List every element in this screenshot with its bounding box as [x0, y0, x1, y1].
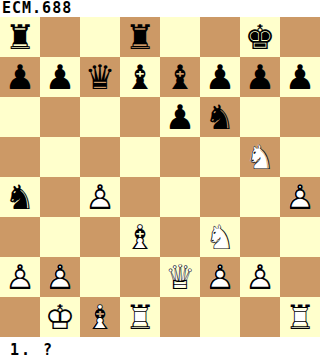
white-bishop-icon: ♝	[80, 297, 120, 337]
square-a5[interactable]	[0, 137, 40, 177]
square-h8[interactable]	[280, 17, 320, 57]
black-rook-icon: ♜	[120, 17, 160, 57]
square-b4[interactable]	[40, 177, 80, 217]
square-b2[interactable]: ♟♙	[40, 257, 80, 297]
white-knight-outline-icon: ♘	[200, 217, 240, 257]
square-c1[interactable]: ♝♗	[80, 297, 120, 337]
square-d8[interactable]: ♜	[120, 17, 160, 57]
black-bishop-icon: ♝	[120, 57, 160, 97]
square-c2[interactable]	[80, 257, 120, 297]
square-f5[interactable]	[200, 137, 240, 177]
square-f2[interactable]: ♟♙	[200, 257, 240, 297]
square-e8[interactable]	[160, 17, 200, 57]
square-d3[interactable]: ♝♗	[120, 217, 160, 257]
square-h4[interactable]: ♟♙	[280, 177, 320, 217]
square-e1[interactable]	[160, 297, 200, 337]
square-f1[interactable]	[200, 297, 240, 337]
square-d7[interactable]: ♝	[120, 57, 160, 97]
square-b6[interactable]	[40, 97, 80, 137]
square-h6[interactable]	[280, 97, 320, 137]
square-e4[interactable]	[160, 177, 200, 217]
white-pawn-icon: ♟	[40, 257, 80, 297]
square-c8[interactable]	[80, 17, 120, 57]
square-c5[interactable]	[80, 137, 120, 177]
square-b8[interactable]	[40, 17, 80, 57]
square-e6[interactable]: ♟	[160, 97, 200, 137]
white-rook-icon: ♜	[120, 297, 160, 337]
black-pawn-icon: ♟	[0, 57, 40, 97]
square-h3[interactable]	[280, 217, 320, 257]
black-pawn-icon: ♟	[240, 57, 280, 97]
white-bishop-icon: ♝	[120, 217, 160, 257]
white-rook-outline-icon: ♖	[280, 297, 320, 337]
black-rook-icon: ♜	[0, 17, 40, 57]
square-h1[interactable]: ♜♖	[280, 297, 320, 337]
black-bishop-icon: ♝	[160, 57, 200, 97]
white-pawn-outline-icon: ♙	[40, 257, 80, 297]
square-c6[interactable]	[80, 97, 120, 137]
white-pawn-icon: ♟	[80, 177, 120, 217]
black-king-icon: ♚	[240, 17, 280, 57]
square-g6[interactable]	[240, 97, 280, 137]
square-h5[interactable]	[280, 137, 320, 177]
white-pawn-outline-icon: ♙	[80, 177, 120, 217]
white-pawn-outline-icon: ♙	[240, 257, 280, 297]
square-c7[interactable]: ♛	[80, 57, 120, 97]
move-prompt: 1. ?	[0, 337, 320, 360]
square-d1[interactable]: ♜♖	[120, 297, 160, 337]
white-queen-icon: ♛	[160, 257, 200, 297]
white-rook-icon: ♜	[280, 297, 320, 337]
white-pawn-icon: ♟	[240, 257, 280, 297]
square-f8[interactable]	[200, 17, 240, 57]
black-queen-icon: ♛	[80, 57, 120, 97]
square-b1[interactable]: ♚♔	[40, 297, 80, 337]
white-knight-icon: ♞	[240, 137, 280, 177]
square-g5[interactable]: ♞♘	[240, 137, 280, 177]
square-g8[interactable]: ♚	[240, 17, 280, 57]
square-e5[interactable]	[160, 137, 200, 177]
square-c3[interactable]	[80, 217, 120, 257]
square-c4[interactable]: ♟♙	[80, 177, 120, 217]
white-knight-outline-icon: ♘	[240, 137, 280, 177]
square-f3[interactable]: ♞♘	[200, 217, 240, 257]
white-king-outline-icon: ♔	[40, 297, 80, 337]
white-bishop-outline-icon: ♗	[120, 217, 160, 257]
square-h7[interactable]: ♟	[280, 57, 320, 97]
square-f7[interactable]: ♟	[200, 57, 240, 97]
diagram-title: ECM.688	[0, 0, 320, 17]
square-d4[interactable]	[120, 177, 160, 217]
black-knight-icon: ♞	[0, 177, 40, 217]
square-a8[interactable]: ♜	[0, 17, 40, 57]
square-h2[interactable]	[280, 257, 320, 297]
white-pawn-icon: ♟	[0, 257, 40, 297]
white-pawn-outline-icon: ♙	[0, 257, 40, 297]
white-bishop-outline-icon: ♗	[80, 297, 120, 337]
black-pawn-icon: ♟	[200, 57, 240, 97]
square-a7[interactable]: ♟	[0, 57, 40, 97]
square-e3[interactable]	[160, 217, 200, 257]
square-d2[interactable]	[120, 257, 160, 297]
black-pawn-icon: ♟	[280, 57, 320, 97]
square-g1[interactable]	[240, 297, 280, 337]
square-a1[interactable]	[0, 297, 40, 337]
white-pawn-outline-icon: ♙	[280, 177, 320, 217]
square-f6[interactable]: ♞	[200, 97, 240, 137]
square-b7[interactable]: ♟	[40, 57, 80, 97]
square-b3[interactable]	[40, 217, 80, 257]
black-pawn-icon: ♟	[40, 57, 80, 97]
square-d5[interactable]	[120, 137, 160, 177]
chess-board: ♜♜♚♟♟♛♝♝♟♟♟♟♞♞♘♞♟♙♟♙♝♗♞♘♟♙♟♙♛♕♟♙♟♙♚♔♝♗♜♖…	[0, 17, 320, 337]
square-e7[interactable]: ♝	[160, 57, 200, 97]
square-g7[interactable]: ♟	[240, 57, 280, 97]
square-a3[interactable]	[0, 217, 40, 257]
black-knight-icon: ♞	[200, 97, 240, 137]
square-g2[interactable]: ♟♙	[240, 257, 280, 297]
black-pawn-icon: ♟	[160, 97, 200, 137]
square-a6[interactable]	[0, 97, 40, 137]
white-pawn-icon: ♟	[280, 177, 320, 217]
square-a2[interactable]: ♟♙	[0, 257, 40, 297]
white-knight-icon: ♞	[200, 217, 240, 257]
square-d6[interactable]	[120, 97, 160, 137]
square-b5[interactable]	[40, 137, 80, 177]
white-queen-outline-icon: ♕	[160, 257, 200, 297]
white-king-icon: ♚	[40, 297, 80, 337]
square-a4[interactable]: ♞	[0, 177, 40, 217]
square-g4[interactable]	[240, 177, 280, 217]
white-pawn-outline-icon: ♙	[200, 257, 240, 297]
white-rook-outline-icon: ♖	[120, 297, 160, 337]
square-g3[interactable]	[240, 217, 280, 257]
square-e2[interactable]: ♛♕	[160, 257, 200, 297]
square-f4[interactable]	[200, 177, 240, 217]
white-pawn-icon: ♟	[200, 257, 240, 297]
